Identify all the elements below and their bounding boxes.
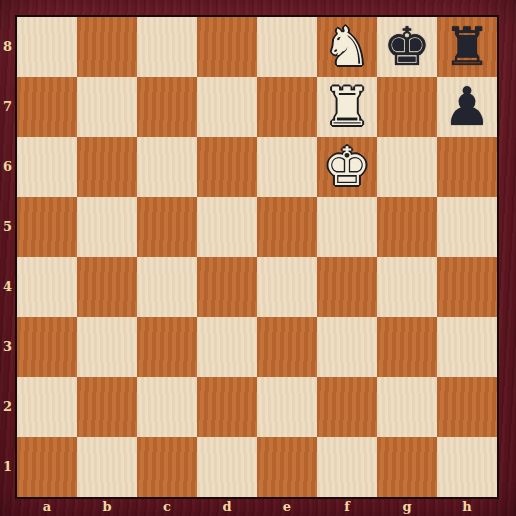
- rank-labels: 87654321: [0, 17, 15, 497]
- rank-label-8: 8: [0, 17, 15, 77]
- black-king-g8[interactable]: ♚: [383, 17, 431, 77]
- square-h3[interactable]: [437, 317, 497, 377]
- square-h4[interactable]: [437, 257, 497, 317]
- square-f1[interactable]: [317, 437, 377, 497]
- square-b3[interactable]: [77, 317, 137, 377]
- file-label-a: a: [17, 499, 77, 516]
- square-b7[interactable]: [77, 77, 137, 137]
- square-g2[interactable]: [377, 377, 437, 437]
- square-g3[interactable]: [377, 317, 437, 377]
- square-b8[interactable]: [77, 17, 137, 77]
- square-d8[interactable]: [197, 17, 257, 77]
- black-rook-h8[interactable]: ♜: [443, 17, 491, 77]
- square-h8[interactable]: ♜: [437, 17, 497, 77]
- file-label-g: g: [377, 499, 437, 516]
- rank-label-6: 6: [0, 137, 15, 197]
- square-a6[interactable]: [17, 137, 77, 197]
- square-e4[interactable]: [257, 257, 317, 317]
- file-label-f: f: [317, 499, 377, 516]
- square-e6[interactable]: [257, 137, 317, 197]
- square-b5[interactable]: [77, 197, 137, 257]
- square-a1[interactable]: [17, 437, 77, 497]
- square-c7[interactable]: [137, 77, 197, 137]
- square-e1[interactable]: [257, 437, 317, 497]
- rank-label-7: 7: [0, 77, 15, 137]
- white-king-f6[interactable]: ♚: [323, 137, 371, 197]
- square-a7[interactable]: [17, 77, 77, 137]
- square-a2[interactable]: [17, 377, 77, 437]
- square-b1[interactable]: [77, 437, 137, 497]
- square-g7[interactable]: [377, 77, 437, 137]
- square-h6[interactable]: [437, 137, 497, 197]
- square-g5[interactable]: [377, 197, 437, 257]
- square-c2[interactable]: [137, 377, 197, 437]
- square-f7[interactable]: ♜: [317, 77, 377, 137]
- square-d1[interactable]: [197, 437, 257, 497]
- square-c3[interactable]: [137, 317, 197, 377]
- file-label-d: d: [197, 499, 257, 516]
- rank-label-2: 2: [0, 377, 15, 437]
- file-label-e: e: [257, 499, 317, 516]
- square-b2[interactable]: [77, 377, 137, 437]
- board-frame: ♞♚♜♜♟♚: [15, 15, 499, 499]
- square-g8[interactable]: ♚: [377, 17, 437, 77]
- square-f3[interactable]: [317, 317, 377, 377]
- chess-diagram: ♞♚♜♜♟♚ 87654321 abcdefgh: [0, 0, 516, 516]
- square-c6[interactable]: [137, 137, 197, 197]
- square-f5[interactable]: [317, 197, 377, 257]
- square-a5[interactable]: [17, 197, 77, 257]
- square-c4[interactable]: [137, 257, 197, 317]
- square-g6[interactable]: [377, 137, 437, 197]
- square-f6[interactable]: ♚: [317, 137, 377, 197]
- rank-label-3: 3: [0, 317, 15, 377]
- square-h5[interactable]: [437, 197, 497, 257]
- square-g1[interactable]: [377, 437, 437, 497]
- file-labels: abcdefgh: [17, 499, 497, 516]
- square-e3[interactable]: [257, 317, 317, 377]
- square-a3[interactable]: [17, 317, 77, 377]
- file-label-h: h: [437, 499, 497, 516]
- square-d2[interactable]: [197, 377, 257, 437]
- square-d4[interactable]: [197, 257, 257, 317]
- square-d3[interactable]: [197, 317, 257, 377]
- white-rook-f7[interactable]: ♜: [323, 77, 371, 137]
- square-d5[interactable]: [197, 197, 257, 257]
- square-h2[interactable]: [437, 377, 497, 437]
- square-c5[interactable]: [137, 197, 197, 257]
- square-f2[interactable]: [317, 377, 377, 437]
- square-a8[interactable]: [17, 17, 77, 77]
- file-label-c: c: [137, 499, 197, 516]
- square-a4[interactable]: [17, 257, 77, 317]
- square-h7[interactable]: ♟: [437, 77, 497, 137]
- square-d7[interactable]: [197, 77, 257, 137]
- chess-board: ♞♚♜♜♟♚: [17, 17, 497, 497]
- square-e2[interactable]: [257, 377, 317, 437]
- square-f4[interactable]: [317, 257, 377, 317]
- square-e5[interactable]: [257, 197, 317, 257]
- rank-label-1: 1: [0, 437, 15, 497]
- white-knight-f8[interactable]: ♞: [323, 17, 371, 77]
- square-e7[interactable]: [257, 77, 317, 137]
- file-label-b: b: [77, 499, 137, 516]
- rank-label-5: 5: [0, 197, 15, 257]
- square-e8[interactable]: [257, 17, 317, 77]
- square-d6[interactable]: [197, 137, 257, 197]
- square-b4[interactable]: [77, 257, 137, 317]
- square-b6[interactable]: [77, 137, 137, 197]
- black-pawn-h7[interactable]: ♟: [443, 77, 491, 137]
- square-h1[interactable]: [437, 437, 497, 497]
- square-f8[interactable]: ♞: [317, 17, 377, 77]
- rank-label-4: 4: [0, 257, 15, 317]
- square-c1[interactable]: [137, 437, 197, 497]
- square-c8[interactable]: [137, 17, 197, 77]
- square-g4[interactable]: [377, 257, 437, 317]
